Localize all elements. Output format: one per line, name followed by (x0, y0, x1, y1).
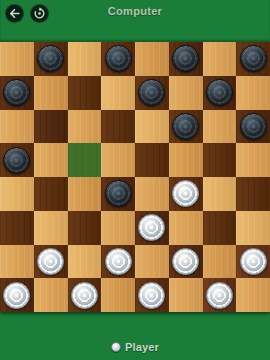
square-r7c2[interactable] (68, 278, 102, 312)
square-r0c2 (68, 42, 102, 76)
white-piece[interactable] (105, 248, 132, 275)
square-r0c0 (0, 42, 34, 76)
square-r1c1 (34, 76, 68, 110)
square-r7c6[interactable] (203, 278, 237, 312)
black-piece[interactable] (172, 45, 199, 72)
square-r1c0[interactable] (0, 76, 34, 110)
square-r5c7 (236, 211, 270, 245)
square-r4c4 (135, 177, 169, 211)
square-r7c0[interactable] (0, 278, 34, 312)
square-r1c2[interactable] (68, 76, 102, 110)
square-r5c4[interactable] (135, 211, 169, 245)
square-r4c2 (68, 177, 102, 211)
white-piece[interactable] (37, 248, 64, 275)
square-r1c3 (101, 76, 135, 110)
square-r1c4[interactable] (135, 76, 169, 110)
square-r3c3 (101, 143, 135, 177)
square-r3c5 (169, 143, 203, 177)
square-r4c0 (0, 177, 34, 211)
white-piece[interactable] (138, 214, 165, 241)
square-r3c7 (236, 143, 270, 177)
square-r1c7 (236, 76, 270, 110)
square-r6c0 (0, 245, 34, 279)
square-r2c1[interactable] (34, 110, 68, 144)
black-piece[interactable] (138, 79, 165, 106)
black-piece[interactable] (105, 180, 132, 207)
square-r0c1[interactable] (34, 42, 68, 76)
checkers-app-screen: Computer Player (0, 0, 270, 360)
square-r3c6[interactable] (203, 143, 237, 177)
white-piece[interactable] (206, 282, 233, 309)
square-r5c5 (169, 211, 203, 245)
square-r2c6 (203, 110, 237, 144)
square-r6c3[interactable] (101, 245, 135, 279)
square-r1c6[interactable] (203, 76, 237, 110)
black-piece[interactable] (105, 45, 132, 72)
white-piece[interactable] (138, 282, 165, 309)
square-r0c3[interactable] (101, 42, 135, 76)
white-piece[interactable] (240, 248, 267, 275)
checkers-board (0, 42, 270, 312)
square-r4c3[interactable] (101, 177, 135, 211)
square-r4c5[interactable] (169, 177, 203, 211)
square-r6c2 (68, 245, 102, 279)
top-bar: Computer (0, 0, 270, 42)
black-piece[interactable] (37, 45, 64, 72)
square-r3c1 (34, 143, 68, 177)
square-r2c5[interactable] (169, 110, 203, 144)
player-piece-icon (111, 342, 121, 352)
square-r7c7 (236, 278, 270, 312)
highlighted-square-r3c2[interactable] (68, 143, 102, 177)
square-r4c6 (203, 177, 237, 211)
black-piece[interactable] (3, 147, 30, 174)
square-r6c6 (203, 245, 237, 279)
white-piece[interactable] (172, 180, 199, 207)
square-r2c3[interactable] (101, 110, 135, 144)
square-r6c5[interactable] (169, 245, 203, 279)
white-piece[interactable] (172, 248, 199, 275)
square-r7c4[interactable] (135, 278, 169, 312)
square-r4c7[interactable] (236, 177, 270, 211)
white-piece[interactable] (3, 282, 30, 309)
square-r3c4[interactable] (135, 143, 169, 177)
square-r5c0[interactable] (0, 211, 34, 245)
square-r7c1 (34, 278, 68, 312)
square-r0c5[interactable] (169, 42, 203, 76)
bottom-bar: Player (0, 313, 270, 360)
square-r1c5 (169, 76, 203, 110)
player-turn-indicator: Player (0, 341, 270, 353)
white-piece[interactable] (71, 282, 98, 309)
square-r2c0 (0, 110, 34, 144)
square-r6c1[interactable] (34, 245, 68, 279)
square-r4c1[interactable] (34, 177, 68, 211)
square-r0c7[interactable] (236, 42, 270, 76)
black-piece[interactable] (3, 79, 30, 106)
square-r2c4 (135, 110, 169, 144)
opponent-label: Computer (0, 5, 270, 17)
black-piece[interactable] (206, 79, 233, 106)
square-r7c3 (101, 278, 135, 312)
black-piece[interactable] (240, 45, 267, 72)
square-r5c3 (101, 211, 135, 245)
square-r5c6[interactable] (203, 211, 237, 245)
square-r0c4 (135, 42, 169, 76)
square-r0c6 (203, 42, 237, 76)
square-r5c1 (34, 211, 68, 245)
square-r3c0[interactable] (0, 143, 34, 177)
square-r2c7[interactable] (236, 110, 270, 144)
player-label: Player (125, 341, 159, 353)
square-r6c7[interactable] (236, 245, 270, 279)
black-piece[interactable] (240, 113, 267, 140)
square-r2c2 (68, 110, 102, 144)
black-piece[interactable] (172, 113, 199, 140)
square-r6c4 (135, 245, 169, 279)
square-r5c2[interactable] (68, 211, 102, 245)
square-r7c5 (169, 278, 203, 312)
